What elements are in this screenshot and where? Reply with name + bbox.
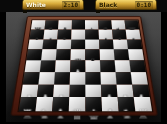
- square-f1[interactable]: ♝: [101, 97, 118, 111]
- square-f5[interactable]: [99, 49, 114, 60]
- square-d7[interactable]: [71, 29, 85, 39]
- square-c1[interactable]: ♝: [51, 97, 68, 111]
- white-queen-icon: ♛: [70, 108, 83, 122]
- square-b2[interactable]: ♟: [36, 84, 53, 97]
- square-g3[interactable]: [115, 72, 132, 84]
- square-d5[interactable]: ♛: [70, 49, 85, 60]
- square-a1[interactable]: ♜: [18, 97, 36, 111]
- square-h5[interactable]: [127, 49, 143, 60]
- square-c7[interactable]: ♟: [57, 29, 71, 39]
- black-clock-panel: Black 0:10: [95, 0, 157, 10]
- square-g7[interactable]: ♟: [112, 29, 127, 39]
- white-rook-icon: ♜: [21, 108, 32, 121]
- black-turn-marker: [96, 10, 100, 13]
- square-e7[interactable]: [85, 29, 99, 39]
- square-d8[interactable]: [71, 20, 85, 29]
- chess-board[interactable]: ♜♞♝♚♝♞♜♟♟♟♟♟♟♛♟♟♟♟♟♟♟♟♜♞♝♛♚♝♞♜: [17, 19, 153, 112]
- square-g8[interactable]: ♞: [111, 20, 125, 29]
- square-h4[interactable]: [129, 60, 146, 72]
- square-b5[interactable]: [41, 49, 57, 60]
- square-e8[interactable]: ♚: [85, 20, 99, 29]
- white-turn-marker: [23, 10, 27, 13]
- board-frame: ♜♞♝♚♝♞♜♟♟♟♟♟♟♛♟♟♟♟♟♟♟♟♜♞♝♛♚♝♞♜: [10, 16, 158, 116]
- square-a7[interactable]: ♟: [29, 29, 44, 39]
- square-b7[interactable]: ♟: [43, 29, 58, 39]
- square-c8[interactable]: ♝: [58, 20, 72, 29]
- board-scene: ♜♞♝♚♝♞♜♟♟♟♟♟♟♛♟♟♟♟♟♟♟♟♜♞♝♛♚♝♞♜: [0, 13, 167, 124]
- square-f8[interactable]: ♝: [98, 20, 112, 29]
- black-clock-time: 0:10: [135, 1, 153, 9]
- white-clock-panel: White 2:10: [22, 0, 84, 10]
- square-g2[interactable]: ♟: [116, 84, 133, 97]
- square-h3[interactable]: [130, 72, 147, 84]
- square-a3[interactable]: [22, 72, 39, 84]
- white-clock-time: 2:10: [62, 1, 80, 9]
- square-e6[interactable]: [85, 39, 99, 49]
- square-a6[interactable]: [27, 39, 42, 49]
- square-a2[interactable]: ♟: [20, 84, 38, 97]
- white-bishop-icon: ♝: [104, 108, 115, 121]
- square-h7[interactable]: ♟: [125, 29, 140, 39]
- square-b1[interactable]: ♞: [35, 97, 53, 111]
- square-f2[interactable]: ♟: [100, 84, 117, 97]
- square-h1[interactable]: ♜: [133, 97, 151, 111]
- square-g6[interactable]: [112, 39, 127, 49]
- square-f6[interactable]: [98, 39, 113, 49]
- square-e5[interactable]: ♟: [85, 49, 100, 60]
- square-d4[interactable]: ♟: [70, 60, 85, 72]
- square-a5[interactable]: [26, 49, 42, 60]
- square-g4[interactable]: [114, 60, 130, 72]
- square-d3[interactable]: [69, 72, 85, 84]
- square-b4[interactable]: [39, 60, 55, 72]
- white-king-icon: ♚: [87, 108, 100, 122]
- square-f3[interactable]: [100, 72, 116, 84]
- white-clock-label: White: [26, 2, 46, 8]
- square-c5[interactable]: [55, 49, 70, 60]
- square-b8[interactable]: ♞: [44, 20, 58, 29]
- square-b3[interactable]: [38, 72, 55, 84]
- square-e4[interactable]: [85, 60, 100, 72]
- white-knight-icon: ♞: [38, 108, 49, 121]
- black-clock-label: Black: [99, 2, 117, 8]
- square-e3[interactable]: [85, 72, 101, 84]
- square-a8[interactable]: ♜: [30, 20, 45, 29]
- square-g1[interactable]: ♞: [117, 97, 135, 111]
- square-b6[interactable]: [42, 39, 57, 49]
- square-a4[interactable]: [24, 60, 40, 72]
- square-e1[interactable]: ♚: [85, 97, 102, 111]
- square-h2[interactable]: ♟: [132, 84, 150, 97]
- square-h8[interactable]: ♜: [124, 20, 139, 29]
- white-rook-icon: ♜: [137, 108, 148, 121]
- square-d1[interactable]: ♛: [68, 97, 85, 111]
- square-c6[interactable]: [56, 39, 71, 49]
- square-d6[interactable]: [70, 39, 84, 49]
- white-bishop-icon: ♝: [54, 108, 65, 121]
- white-knight-icon: ♞: [120, 108, 131, 121]
- square-d2[interactable]: [69, 84, 85, 97]
- square-c4[interactable]: [54, 60, 70, 72]
- square-f7[interactable]: ♟: [98, 29, 112, 39]
- square-f4[interactable]: [99, 60, 115, 72]
- square-c2[interactable]: ♟: [53, 84, 70, 97]
- square-c3[interactable]: [53, 72, 69, 84]
- square-e2[interactable]: [85, 84, 101, 97]
- square-g5[interactable]: [113, 49, 129, 60]
- clock-bar: White 2:10 Black 0:10: [0, 0, 167, 13]
- square-h6[interactable]: [126, 39, 142, 49]
